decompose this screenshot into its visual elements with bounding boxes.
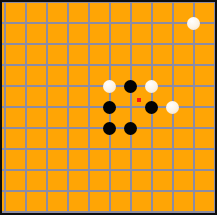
white-stone[interactable] xyxy=(166,101,179,114)
white-stone[interactable] xyxy=(145,80,158,93)
grid-horizontal-line xyxy=(2,43,215,45)
white-stone[interactable] xyxy=(103,80,116,93)
grid-horizontal-line xyxy=(2,211,215,213)
black-stone[interactable] xyxy=(103,122,116,135)
black-stone[interactable] xyxy=(124,80,137,93)
go-board-window xyxy=(0,0,217,215)
grid-horizontal-line xyxy=(2,22,215,24)
black-stone[interactable] xyxy=(103,101,116,114)
last-move-marker xyxy=(137,98,141,102)
grid-horizontal-line xyxy=(2,64,215,66)
black-stone[interactable] xyxy=(145,101,158,114)
black-stone[interactable] xyxy=(124,122,137,135)
go-board[interactable] xyxy=(2,2,215,213)
grid-horizontal-line xyxy=(2,2,215,3)
grid-horizontal-line xyxy=(2,148,215,150)
white-stone[interactable] xyxy=(187,17,200,30)
grid-horizontal-line xyxy=(2,190,215,192)
grid-horizontal-line xyxy=(2,169,215,171)
